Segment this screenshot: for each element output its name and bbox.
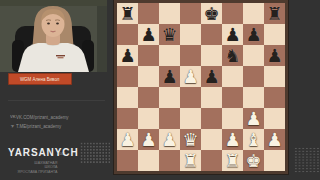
black-rook: ♜ — [119, 3, 135, 24]
square-e1[interactable] — [201, 150, 222, 171]
white-pawn: ♟ — [224, 129, 240, 150]
telegram-handle: T.ME/prizant_academy — [16, 123, 61, 128]
square-f1[interactable]: ♜ — [222, 150, 243, 171]
square-d6[interactable] — [180, 45, 201, 66]
white-pawn: ♟ — [119, 129, 135, 150]
square-a4[interactable] — [117, 87, 138, 108]
streamer-portrait — [0, 0, 107, 72]
social-links: VK VK.COM/prizant_academy ➤ T.ME/prizant… — [9, 113, 87, 131]
stream-frame: WGM Алена Бивол VK VK.COM/prizant_academ… — [0, 0, 320, 180]
square-f5[interactable] — [222, 66, 243, 87]
black-pawn: ♟ — [119, 45, 135, 66]
square-b6[interactable] — [138, 45, 159, 66]
square-f6[interactable]: ♞ — [222, 45, 243, 66]
dot-grid-right — [294, 147, 319, 173]
square-c3[interactable] — [159, 108, 180, 129]
white-pawn: ♟ — [161, 129, 177, 150]
square-c6[interactable] — [159, 45, 180, 66]
brand-subtitle: ШАХМАТНАЯ ШКОЛА ЯРОСЛАВА ПРИЗАНТА — [8, 161, 57, 175]
square-d3[interactable] — [180, 108, 201, 129]
square-a3[interactable] — [117, 108, 138, 129]
square-b7[interactable]: ♟ — [138, 24, 159, 45]
square-g5[interactable] — [243, 66, 264, 87]
square-b1[interactable] — [138, 150, 159, 171]
square-f7[interactable]: ♟ — [222, 24, 243, 45]
square-f2[interactable]: ♟ — [222, 129, 243, 150]
black-queen: ♛ — [161, 24, 177, 45]
square-a2[interactable]: ♟ — [117, 129, 138, 150]
square-c7[interactable]: ♛ — [159, 24, 180, 45]
square-e2[interactable] — [201, 129, 222, 150]
brand-subtitle-line: ШАХМАТНАЯ — [34, 161, 57, 164]
square-d5[interactable]: ♟ — [180, 66, 201, 87]
square-d7[interactable] — [180, 24, 201, 45]
black-pawn: ♟ — [224, 24, 240, 45]
black-pawn: ♟ — [203, 66, 219, 87]
square-h7[interactable] — [264, 24, 285, 45]
square-b4[interactable] — [138, 87, 159, 108]
black-rook: ♜ — [266, 3, 282, 24]
telegram-link[interactable]: ➤ T.ME/prizant_academy — [9, 122, 87, 130]
square-e4[interactable] — [201, 87, 222, 108]
white-pawn: ♟ — [140, 129, 156, 150]
vk-link[interactable]: VK VK.COM/prizant_academy — [9, 113, 87, 121]
brand-title: YARSANYCH — [8, 147, 79, 158]
vk-icon: VK — [10, 114, 15, 120]
square-b5[interactable] — [138, 66, 159, 87]
square-d4[interactable] — [180, 87, 201, 108]
square-a6[interactable]: ♟ — [117, 45, 138, 66]
square-e6[interactable] — [201, 45, 222, 66]
square-c5[interactable]: ♟ — [159, 66, 180, 87]
vk-handle: VK.COM/prizant_academy — [16, 114, 69, 119]
square-d8[interactable] — [180, 3, 201, 24]
square-c2[interactable]: ♟ — [159, 129, 180, 150]
square-e7[interactable] — [201, 24, 222, 45]
square-h1[interactable] — [264, 150, 285, 171]
chess-board-frame: ♜♚♜♟♛♟♟♟♞♟♟♟♟♟♟♟♟♛♟♝♟♜♜♚ — [114, 0, 288, 174]
square-f3[interactable] — [222, 108, 243, 129]
white-pawn: ♟ — [245, 108, 261, 129]
streamer-name-tag: WGM Алена Бивол — [8, 73, 72, 85]
white-rook: ♜ — [182, 150, 198, 171]
square-f8[interactable] — [222, 3, 243, 24]
black-pawn: ♟ — [140, 24, 156, 45]
square-d2[interactable]: ♛ — [180, 129, 201, 150]
black-knight: ♞ — [224, 45, 240, 66]
black-king: ♚ — [203, 3, 219, 24]
white-rook: ♜ — [224, 150, 240, 171]
square-g3[interactable]: ♟ — [243, 108, 264, 129]
square-g2[interactable]: ♝ — [243, 129, 264, 150]
white-bishop: ♝ — [245, 129, 261, 150]
square-g4[interactable] — [243, 87, 264, 108]
streamer-name-label: WGM Алена Бивол — [20, 76, 59, 81]
white-queen: ♛ — [182, 129, 198, 150]
square-h3[interactable] — [264, 108, 285, 129]
square-a1[interactable] — [117, 150, 138, 171]
black-pawn: ♟ — [266, 45, 282, 66]
white-pawn: ♟ — [182, 66, 198, 87]
square-h8[interactable]: ♜ — [264, 3, 285, 24]
black-pawn: ♟ — [245, 24, 261, 45]
square-b3[interactable] — [138, 108, 159, 129]
square-f4[interactable] — [222, 87, 243, 108]
square-b2[interactable]: ♟ — [138, 129, 159, 150]
chess-board: ♜♚♜♟♛♟♟♟♞♟♟♟♟♟♟♟♟♛♟♝♟♜♜♚ — [117, 3, 285, 171]
square-c4[interactable] — [159, 87, 180, 108]
brand-subtitle-line: ЯРОСЛАВА ПРИЗАНТА — [17, 170, 57, 173]
black-pawn: ♟ — [161, 66, 177, 87]
square-g1[interactable]: ♚ — [243, 150, 264, 171]
dot-grid-left — [80, 142, 110, 163]
square-h2[interactable]: ♟ — [264, 129, 285, 150]
square-h5[interactable] — [264, 66, 285, 87]
square-e8[interactable]: ♚ — [201, 3, 222, 24]
square-e5[interactable]: ♟ — [201, 66, 222, 87]
square-c8[interactable] — [159, 3, 180, 24]
square-a5[interactable] — [117, 66, 138, 87]
square-e3[interactable] — [201, 108, 222, 129]
divider-line — [8, 100, 105, 101]
white-king: ♚ — [245, 150, 261, 171]
webcam-panel — [0, 0, 107, 72]
brand-subtitle-line: ШКОЛА — [44, 165, 57, 168]
square-h6[interactable]: ♟ — [264, 45, 285, 66]
square-g6[interactable] — [243, 45, 264, 66]
square-b8[interactable] — [138, 3, 159, 24]
square-g8[interactable] — [243, 3, 264, 24]
square-d1[interactable]: ♜ — [180, 150, 201, 171]
square-c1[interactable] — [159, 150, 180, 171]
square-g7[interactable]: ♟ — [243, 24, 264, 45]
square-h4[interactable] — [264, 87, 285, 108]
square-a7[interactable] — [117, 24, 138, 45]
square-a8[interactable]: ♜ — [117, 3, 138, 24]
white-pawn: ♟ — [266, 129, 282, 150]
